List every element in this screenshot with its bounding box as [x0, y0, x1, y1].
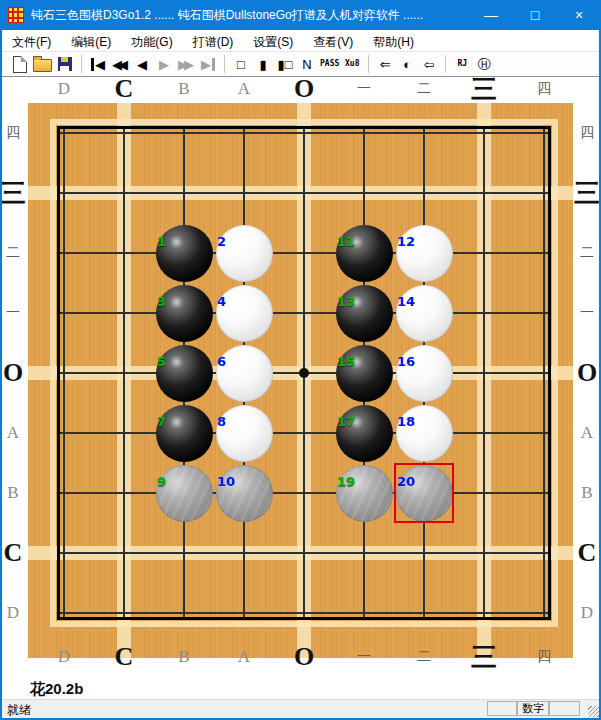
coord-bottom-二: 二 — [417, 648, 431, 666]
window-border-left — [0, 30, 2, 718]
coord-right-O: O — [577, 358, 597, 388]
menu-item-5[interactable]: 查看(V) — [303, 30, 363, 51]
contrast-button[interactable]: ◐ — [396, 54, 418, 75]
maximize-button[interactable]: □ — [513, 0, 557, 30]
toolbar-separator — [224, 55, 225, 73]
display-bar-square-button[interactable]: ▮□ — [274, 54, 296, 75]
coord-top-二: 二 — [417, 80, 431, 98]
nav-fast-back-button[interactable]: ◀◀ — [109, 54, 131, 75]
takeback-dashed-button-glyph: ⇐ — [380, 58, 391, 71]
coord-left-C: C — [4, 538, 23, 568]
menubar: 文件(F)编辑(E)功能(G)打谱(D)设置(S)查看(V)帮助(H) — [2, 30, 599, 51]
move-number-13: 13 — [337, 295, 355, 308]
resize-grip[interactable] — [588, 706, 599, 717]
help-h-button-glyph: Ⓗ — [478, 58, 491, 71]
coord-bottom-一: 一 — [357, 648, 371, 666]
coord-right-二: 二 — [580, 244, 594, 262]
xu8-button[interactable]: Xu8 — [341, 54, 363, 75]
coord-top-三: 三 — [471, 72, 497, 107]
move-number-18: 18 — [397, 415, 415, 428]
nav-first-button-glyph: ◀ — [91, 58, 105, 71]
coord-bottom-A: A — [238, 647, 250, 667]
takeback-button[interactable]: ⇦ — [418, 54, 440, 75]
coord-right-B: B — [581, 483, 592, 503]
coord-top-D: D — [58, 79, 70, 99]
coord-right-D: D — [581, 603, 593, 623]
app-icon — [8, 7, 24, 23]
nav-last-button[interactable]: ▶ — [197, 54, 219, 75]
move-number-11: 11 — [337, 235, 355, 248]
move-annotation: 花20.2b — [30, 680, 83, 699]
nav-first-button[interactable]: ◀ — [87, 54, 109, 75]
coord-left-二: 二 — [6, 244, 20, 262]
coord-right-一: 一 — [580, 304, 594, 322]
new-icon — [13, 56, 27, 73]
pass-button-glyph: PASS — [320, 60, 339, 68]
move-number-1: 1 — [157, 235, 166, 248]
coord-left-三: 三 — [0, 176, 26, 211]
toolbar-separator — [81, 55, 82, 73]
coord-top-一: 一 — [357, 80, 371, 98]
coord-left-O: O — [3, 358, 23, 388]
status-text: 就绪 — [7, 702, 31, 719]
coord-right-A: A — [581, 423, 593, 443]
menu-item-1[interactable]: 编辑(E) — [61, 30, 121, 51]
coord-bottom-四: 四 — [537, 648, 551, 666]
move-number-6: 6 — [217, 355, 226, 368]
display-bar-button[interactable]: ▮ — [252, 54, 274, 75]
save-icon — [58, 57, 72, 71]
nav-fast-back-button-glyph: ◀◀ — [112, 58, 128, 71]
coord-top-O: O — [294, 74, 314, 104]
move-number-9: 9 — [157, 475, 166, 488]
menu-item-2[interactable]: 功能(G) — [121, 30, 182, 51]
move-number-4: 4 — [217, 295, 226, 308]
window-title: 钝石三色围棋D3Go1.2 ...... 钝石围棋DullstoneGo打谱及人… — [31, 7, 469, 24]
coord-left-一: 一 — [6, 304, 20, 322]
last-move-marker — [394, 463, 454, 523]
rj-button-glyph: RJ — [457, 60, 467, 68]
coord-bottom-B: B — [178, 647, 189, 667]
move-number-14: 14 — [397, 295, 415, 308]
move-number-17: 17 — [337, 415, 355, 428]
coord-bottom-D: D — [58, 647, 70, 667]
coord-right-三: 三 — [574, 176, 600, 211]
move-number-2: 2 — [217, 235, 226, 248]
menu-item-3[interactable]: 打谱(D) — [183, 30, 244, 51]
nav-fast-forward-button-glyph: ▶▶ — [178, 58, 194, 71]
close-button[interactable]: × — [557, 0, 601, 30]
menu-item-6[interactable]: 帮助(H) — [363, 30, 424, 51]
coord-bottom-三: 三 — [471, 640, 497, 675]
coord-right-四: 四 — [580, 124, 594, 142]
coord-top-C: C — [115, 74, 134, 104]
nav-last-button-glyph: ▶ — [201, 58, 215, 71]
menu-item-0[interactable]: 文件(F) — [2, 30, 61, 51]
move-number-5: 5 — [157, 355, 166, 368]
move-number-7: 7 — [157, 415, 166, 428]
toolbar-separator — [368, 55, 369, 73]
coord-left-B: B — [7, 483, 18, 503]
menu-item-4[interactable]: 设置(S) — [243, 30, 303, 51]
status-box-0 — [487, 701, 517, 716]
contrast-button-glyph: ◐ — [403, 58, 411, 71]
display-bar-square-button-glyph: ▮□ — [277, 58, 292, 71]
center-star-point — [299, 368, 309, 378]
rj-button[interactable]: RJ — [451, 54, 473, 75]
move-number-15: 15 — [337, 355, 355, 368]
window: 钝石三色围棋D3Go1.2 ...... 钝石围棋DullstoneGo打谱及人… — [0, 0, 601, 720]
minimize-button[interactable]: — — [469, 0, 513, 30]
move-number-10: 10 — [217, 475, 235, 488]
save-button[interactable] — [54, 54, 76, 75]
coord-top-四: 四 — [537, 80, 551, 98]
open-icon — [33, 59, 52, 72]
move-number-12: 12 — [397, 235, 415, 248]
coord-left-四: 四 — [6, 124, 20, 142]
display-blank-button-glyph: □ — [237, 58, 245, 71]
xu8-button-glyph: Xu8 — [345, 60, 359, 68]
coord-bottom-O: O — [294, 642, 314, 672]
coord-bottom-C: C — [115, 642, 134, 672]
coord-left-D: D — [7, 603, 19, 623]
coord-right-C: C — [578, 538, 597, 568]
move-number-3: 3 — [157, 295, 166, 308]
open-button[interactable] — [31, 54, 54, 75]
coord-top-A: A — [238, 79, 250, 99]
nav-forward-button-glyph: ▶ — [159, 58, 169, 71]
move-number-16: 16 — [397, 355, 415, 368]
status-box-2 — [549, 701, 580, 716]
status-box-1: 数字 — [517, 701, 549, 716]
nav-back-button-glyph: ◀ — [137, 58, 147, 71]
takeback-button-glyph: ⇦ — [424, 58, 435, 71]
display-number-button[interactable]: N — [296, 54, 318, 75]
nav-back-button[interactable]: ◀ — [131, 54, 153, 75]
coord-left-A: A — [7, 423, 19, 443]
move-number-19: 19 — [337, 475, 355, 488]
toolbar-separator — [445, 55, 446, 73]
takeback-dashed-button[interactable]: ⇐ — [374, 54, 396, 75]
statusbar: 就绪 数字 — [0, 699, 601, 718]
coord-top-B: B — [178, 79, 189, 99]
go-board[interactable]: 1234567891011121314151617181920 — [28, 103, 573, 658]
display-bar-button-glyph: ▮ — [259, 58, 266, 71]
nav-forward-button[interactable]: ▶ — [153, 54, 175, 75]
titlebar: 钝石三色围棋D3Go1.2 ...... 钝石围棋DullstoneGo打谱及人… — [0, 0, 601, 30]
pass-button[interactable]: PASS — [318, 54, 341, 75]
display-blank-button[interactable]: □ — [230, 54, 252, 75]
move-number-8: 8 — [217, 415, 226, 428]
nav-fast-forward-button[interactable]: ▶▶ — [175, 54, 197, 75]
new-button[interactable] — [9, 54, 31, 75]
display-number-button-glyph: N — [302, 58, 311, 71]
